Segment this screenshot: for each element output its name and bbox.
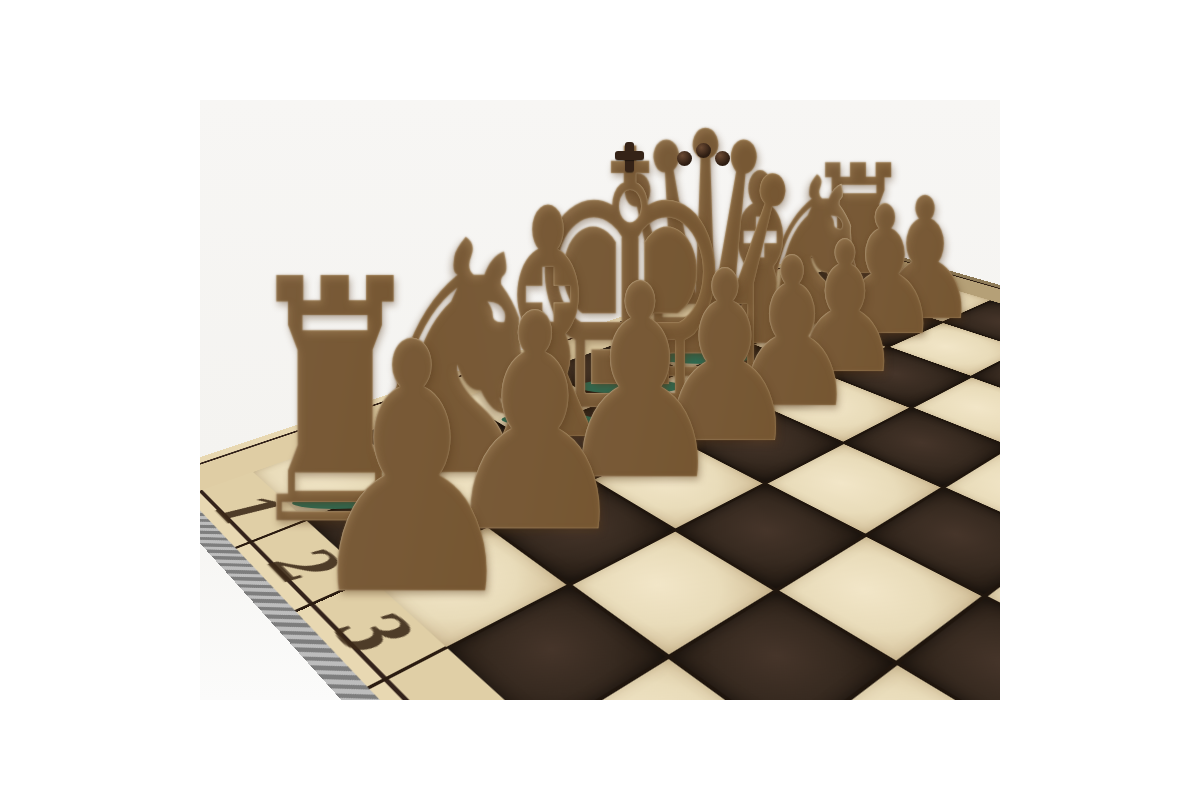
queen-ball-finial-2 bbox=[696, 143, 711, 158]
product-photo: 12345678 ♜♞♝♚♛♝♞♜♟♟♟♟♟♟♟♟ bbox=[200, 100, 1000, 700]
pieces-layer: ♜♞♝♚♛♝♞♜♟♟♟♟♟♟♟♟ bbox=[200, 100, 1000, 700]
king-cross-finial bbox=[615, 142, 644, 172]
pawn-glyph: ♟ bbox=[300, 298, 523, 644]
queen-ball-finial-1 bbox=[677, 151, 692, 166]
page-background: 12345678 ♜♞♝♚♛♝♞♜♟♟♟♟♟♟♟♟ bbox=[0, 0, 1200, 800]
queen-ball-finial-3 bbox=[715, 151, 730, 166]
